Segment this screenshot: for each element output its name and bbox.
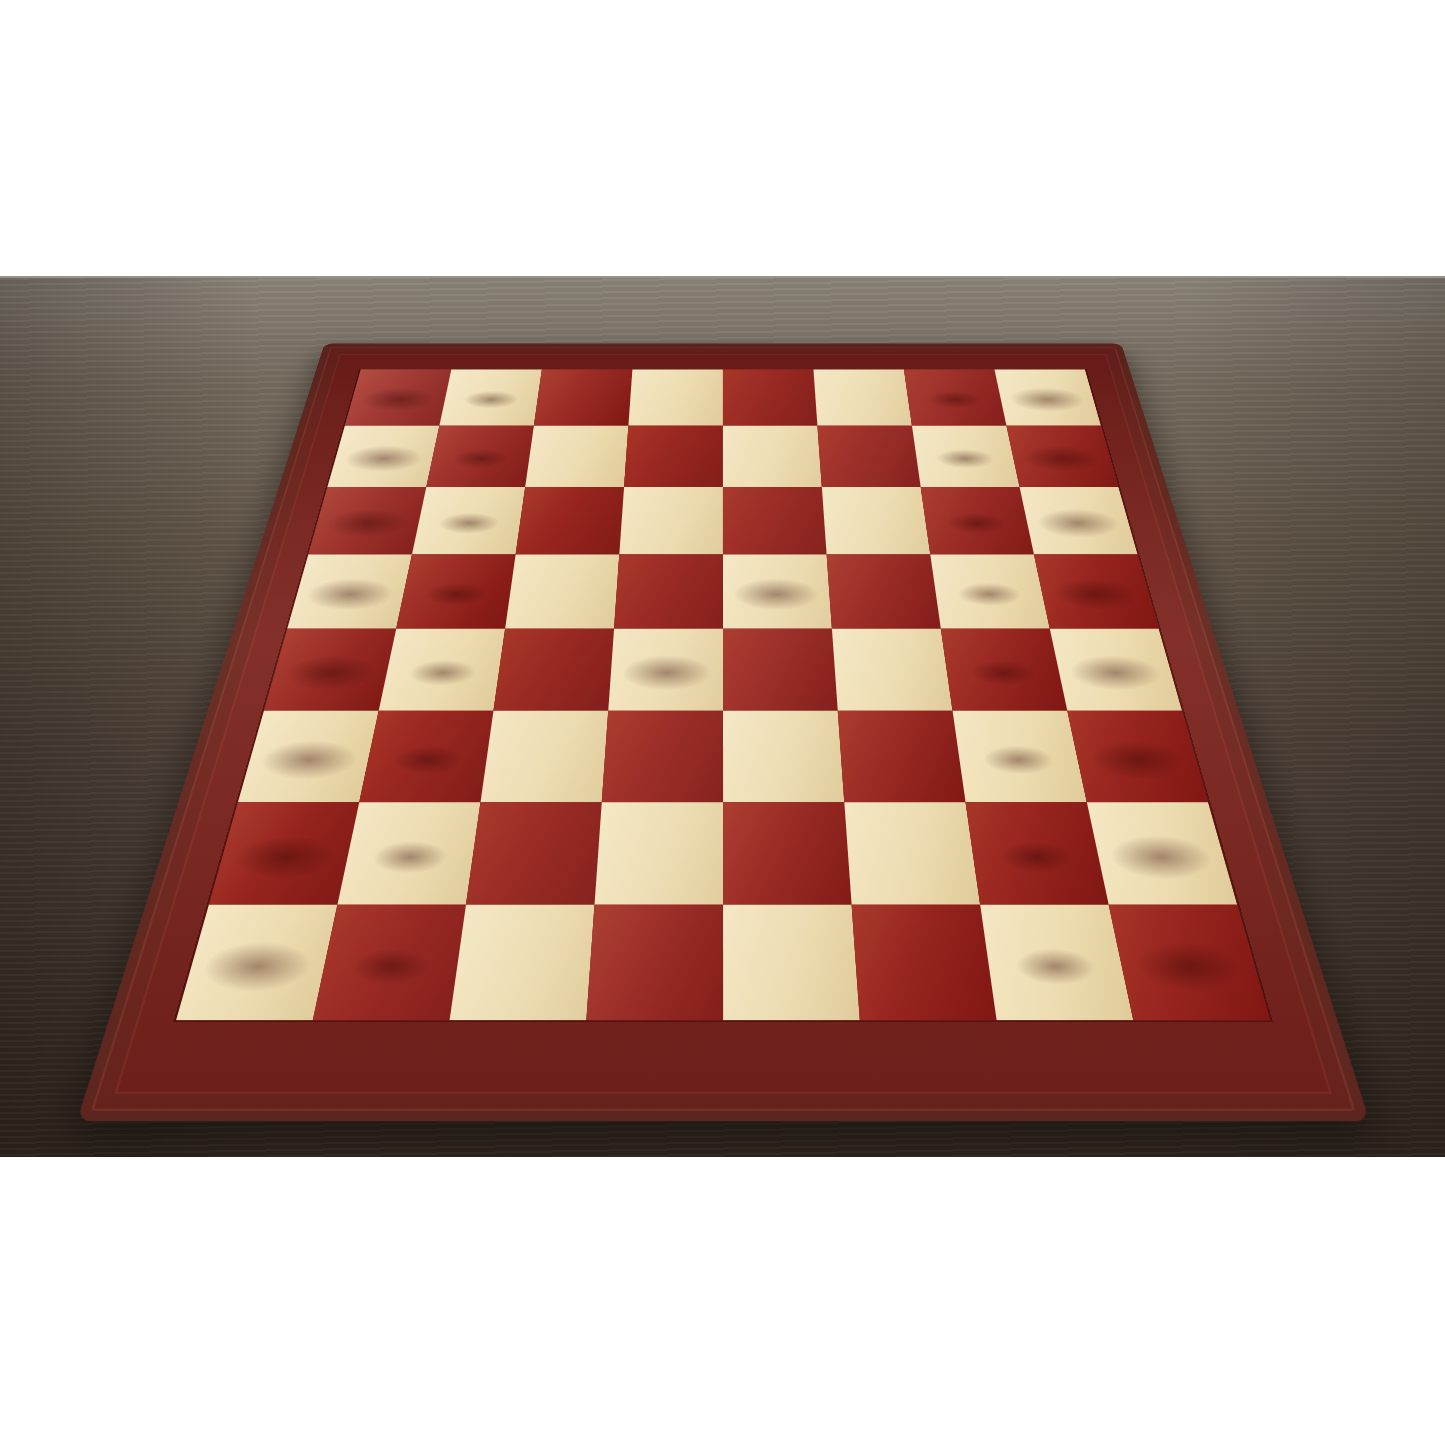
finial-ball-icon [304, 606, 314, 616]
square-h6[interactable] [851, 905, 996, 1021]
finial-ball-icon [1109, 473, 1118, 482]
board-tilt-group: ♜♟♟♜♞♟♟♞♝♟♟♝♛♟♛♟♛♚♟♛♟♚♝♟♟♝♞♟♟♞♜♟♟♜ [76, 343, 1369, 1121]
queen-glyph: ♛ [611, 449, 723, 676]
square-g6[interactable] [844, 802, 980, 904]
pawn-glyph: ♟ [988, 809, 1121, 969]
square-h4[interactable] [586, 905, 723, 1021]
board-plinth: ♜♟♟♜♞♟♟♞♝♟♟♝♛♟♛♟♛♚♟♛♟♚♝♟♟♝♞♟♟♞♜♟♟♜ [76, 343, 1369, 1121]
square-g5[interactable] [723, 802, 852, 904]
rook-glyph: ♜ [192, 772, 325, 970]
square-f5[interactable] [723, 711, 844, 802]
photo-top-margin [0, 0, 1445, 276]
rook-glyph: ♜ [1121, 772, 1254, 970]
product-photo: ♜♟♟♜♞♟♟♞♝♟♟♝♛♟♛♟♛♚♟♛♟♚♝♟♟♝♞♟♟♞♜♟♟♜ [0, 0, 1445, 1445]
finial-ball-icon [662, 494, 671, 503]
photo-bottom-margin [0, 1157, 1445, 1445]
chess-board[interactable]: ♜♟♟♜♞♟♟♞♝♟♟♝♛♟♛♟♛♚♟♛♟♚♝♟♟♝♞♟♟♞♜♟♟♜ [175, 369, 1269, 1020]
square-e6[interactable] [831, 629, 952, 711]
finial-ball-icon [326, 473, 335, 482]
square-h5[interactable] [723, 905, 860, 1021]
square-a4[interactable] [628, 369, 723, 425]
pawn-glyph: ♟ [324, 809, 457, 969]
finial-ball-icon [1131, 606, 1141, 616]
square-f4[interactable] [601, 711, 722, 802]
square-f6[interactable] [837, 711, 965, 802]
square-g4[interactable] [594, 802, 723, 904]
